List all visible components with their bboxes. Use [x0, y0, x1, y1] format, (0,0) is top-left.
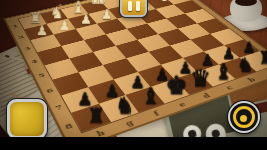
rank-label-3: 3: [21, 45, 34, 53]
piece-black-king[interactable]: ♚: [165, 73, 188, 98]
piece-black-pawn[interactable]: ♟: [242, 39, 255, 54]
piece-black-knight[interactable]: ♞: [115, 95, 134, 117]
piece-black-bishop[interactable]: ♝: [214, 61, 232, 82]
piece-white-pawn[interactable]: ♟: [80, 13, 92, 26]
rank-label-8: 8: [60, 120, 77, 132]
spiral-dot: [240, 115, 247, 122]
piece-white-pawn[interactable]: ♟: [177, 0, 188, 2]
piece-white-pawn[interactable]: ♟: [58, 18, 70, 31]
square-h8[interactable]: ♜: [71, 104, 111, 132]
rank-label-4: 4: [27, 57, 40, 65]
game-screen: ♜♞♝♚♛♝♞♜♟♟♟♟♟♟♟♟♟♟♟♟♟♟♟♟♜♞♝♚♛♝♞♜ 1234567…: [0, 0, 267, 150]
pause-icon: [128, 1, 140, 11]
pause-button[interactable]: [120, 0, 147, 17]
rank-label-6: 6: [42, 85, 57, 95]
piece-black-rook[interactable]: ♜: [87, 105, 106, 126]
rotate-view-button[interactable]: [228, 101, 260, 133]
rank-label-2: 2: [15, 33, 27, 40]
rank-label-1: 1: [9, 23, 21, 30]
piece-black-bishop[interactable]: ♝: [141, 85, 161, 107]
file-label-a: a: [264, 67, 267, 76]
letterbox-bar: [0, 137, 267, 150]
piece-white-pawn[interactable]: ♟: [101, 8, 113, 21]
gold-square-button[interactable]: [7, 99, 47, 139]
piece-white-pawn[interactable]: ♟: [36, 23, 48, 37]
piece-black-queen[interactable]: ♛: [190, 67, 211, 90]
piece-black-rook[interactable]: ♜: [258, 50, 267, 67]
piece-white-pawn[interactable]: ♟: [159, 0, 170, 6]
rank-label-7: 7: [51, 102, 67, 113]
piece-black-knight[interactable]: ♞: [237, 55, 254, 74]
rank-label-5: 5: [34, 71, 48, 80]
